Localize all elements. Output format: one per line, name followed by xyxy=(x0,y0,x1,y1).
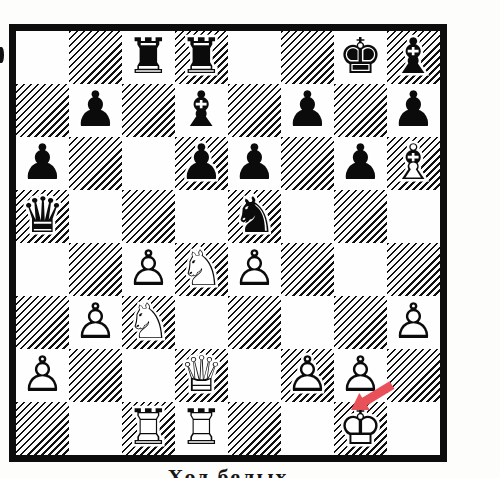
square-c7[interactable] xyxy=(122,84,175,137)
piece-white-knight: ♞♘ xyxy=(175,243,228,296)
piece-black-pawn: ♟♟ xyxy=(228,137,281,190)
square-h8[interactable]: ♝♝ xyxy=(387,31,440,84)
square-g1[interactable]: ♚♔ xyxy=(334,402,387,455)
square-b4[interactable] xyxy=(69,243,122,296)
chess-board-frame: ♜♜♜♜♚♚♝♝♟♟♝♝♟♟♟♟♟♟♟♟♟♟♟♟♝♗♛♛♞♞♟♙♞♘♟♙♟♙♞♘… xyxy=(9,24,447,462)
square-h4[interactable] xyxy=(387,243,440,296)
square-d6[interactable]: ♟♟ xyxy=(175,137,228,190)
square-f1[interactable] xyxy=(281,402,334,455)
square-b8[interactable] xyxy=(69,31,122,84)
piece-white-pawn: ♟♙ xyxy=(281,349,334,402)
piece-black-bishop: ♝♝ xyxy=(175,84,228,137)
square-f3[interactable] xyxy=(281,296,334,349)
square-e1[interactable] xyxy=(228,402,281,455)
square-c4[interactable]: ♟♙ xyxy=(122,243,175,296)
square-d7[interactable]: ♝♝ xyxy=(175,84,228,137)
square-f8[interactable] xyxy=(281,31,334,84)
square-c1[interactable]: ♜♖ xyxy=(122,402,175,455)
square-f2[interactable]: ♟♙ xyxy=(281,349,334,402)
square-g6[interactable]: ♟♟ xyxy=(334,137,387,190)
square-f7[interactable]: ♟♟ xyxy=(281,84,334,137)
piece-white-knight: ♞♘ xyxy=(122,296,175,349)
square-h6[interactable]: ♝♗ xyxy=(387,137,440,190)
square-e5[interactable]: ♞♞ xyxy=(228,190,281,243)
square-e2[interactable] xyxy=(228,349,281,402)
square-b5[interactable] xyxy=(69,190,122,243)
piece-white-rook: ♜♖ xyxy=(122,402,175,455)
square-g7[interactable] xyxy=(334,84,387,137)
piece-black-pawn: ♟♟ xyxy=(175,137,228,190)
piece-white-pawn: ♟♙ xyxy=(228,243,281,296)
square-c6[interactable] xyxy=(122,137,175,190)
square-e3[interactable] xyxy=(228,296,281,349)
square-f6[interactable] xyxy=(281,137,334,190)
square-g3[interactable] xyxy=(334,296,387,349)
square-a8[interactable] xyxy=(16,31,69,84)
piece-black-pawn: ♟♟ xyxy=(281,84,334,137)
square-b1[interactable] xyxy=(69,402,122,455)
square-c5[interactable] xyxy=(122,190,175,243)
square-e8[interactable] xyxy=(228,31,281,84)
piece-white-pawn: ♟♙ xyxy=(387,296,440,349)
square-c2[interactable] xyxy=(122,349,175,402)
square-h3[interactable]: ♟♙ xyxy=(387,296,440,349)
square-c3[interactable]: ♞♘ xyxy=(122,296,175,349)
piece-white-bishop: ♝♗ xyxy=(387,137,440,190)
piece-black-knight: ♞♞ xyxy=(228,190,281,243)
piece-black-pawn: ♟♟ xyxy=(334,137,387,190)
square-h2[interactable] xyxy=(387,349,440,402)
piece-white-pawn: ♟♙ xyxy=(69,296,122,349)
square-h5[interactable] xyxy=(387,190,440,243)
square-h7[interactable]: ♟♟ xyxy=(387,84,440,137)
square-b2[interactable] xyxy=(69,349,122,402)
square-d8[interactable]: ♜♜ xyxy=(175,31,228,84)
square-a2[interactable]: ♟♙ xyxy=(16,349,69,402)
square-g2[interactable]: ♟♙ xyxy=(334,349,387,402)
piece-black-queen: ♛♛ xyxy=(16,190,69,243)
square-a1[interactable] xyxy=(16,402,69,455)
piece-black-pawn: ♟♟ xyxy=(387,84,440,137)
square-e6[interactable]: ♟♟ xyxy=(228,137,281,190)
square-d5[interactable] xyxy=(175,190,228,243)
square-d4[interactable]: ♞♘ xyxy=(175,243,228,296)
square-a3[interactable] xyxy=(16,296,69,349)
piece-black-pawn: ♟♟ xyxy=(69,84,122,137)
square-d2[interactable]: ♛♕ xyxy=(175,349,228,402)
square-g4[interactable] xyxy=(334,243,387,296)
square-h1[interactable] xyxy=(387,402,440,455)
piece-white-queen: ♛♕ xyxy=(175,349,228,402)
piece-black-pawn: ♟♟ xyxy=(16,137,69,190)
square-d3[interactable] xyxy=(175,296,228,349)
square-e7[interactable] xyxy=(228,84,281,137)
square-d1[interactable]: ♜♖ xyxy=(175,402,228,455)
square-b7[interactable]: ♟♟ xyxy=(69,84,122,137)
chess-board: ♜♜♜♜♚♚♝♝♟♟♝♝♟♟♟♟♟♟♟♟♟♟♟♟♝♗♛♛♞♞♟♙♞♘♟♙♟♙♞♘… xyxy=(16,31,440,455)
piece-black-rook: ♜♜ xyxy=(175,31,228,84)
piece-white-pawn: ♟♙ xyxy=(334,349,387,402)
square-b6[interactable] xyxy=(69,137,122,190)
piece-white-pawn: ♟♙ xyxy=(122,243,175,296)
piece-white-pawn: ♟♙ xyxy=(16,349,69,402)
square-g5[interactable] xyxy=(334,190,387,243)
piece-white-king: ♚♔ xyxy=(334,402,387,455)
piece-white-rook: ♜♖ xyxy=(175,402,228,455)
square-a7[interactable] xyxy=(16,84,69,137)
piece-black-rook: ♜♜ xyxy=(122,31,175,84)
piece-black-king: ♚♚ xyxy=(334,31,387,84)
square-g8[interactable]: ♚♚ xyxy=(334,31,387,84)
square-c8[interactable]: ♜♜ xyxy=(122,31,175,84)
square-e4[interactable]: ♟♙ xyxy=(228,243,281,296)
square-b3[interactable]: ♟♙ xyxy=(69,296,122,349)
piece-black-bishop: ♝♝ xyxy=(387,31,440,84)
caption: Ход белых xyxy=(9,464,447,478)
square-a5[interactable]: ♛♛ xyxy=(16,190,69,243)
square-a6[interactable]: ♟♟ xyxy=(16,137,69,190)
square-a4[interactable] xyxy=(16,243,69,296)
square-f5[interactable] xyxy=(281,190,334,243)
square-f4[interactable] xyxy=(281,243,334,296)
page-edge-print-mark xyxy=(0,47,4,63)
